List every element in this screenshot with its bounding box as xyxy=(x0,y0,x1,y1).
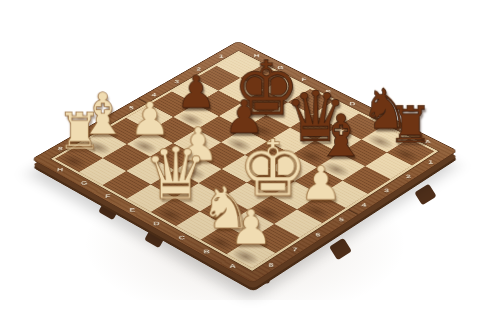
coordinate-label-2: 2 xyxy=(193,60,206,77)
coordinate-label-3: 3 xyxy=(170,73,183,91)
white-pawn-a8[interactable]: ♟ xyxy=(229,203,272,251)
coordinate-label-5: 5 xyxy=(124,99,138,117)
coordinate-label-E: E xyxy=(312,88,345,95)
coordinate-label-1: 1 xyxy=(215,47,228,64)
coordinate-label-4: 4 xyxy=(147,86,160,104)
coordinate-label-F: F xyxy=(288,76,320,83)
coordinate-label-B: B xyxy=(385,125,419,132)
coordinate-label-6: 6 xyxy=(101,112,115,130)
white-queen-d8[interactable]: ♛ xyxy=(143,138,208,210)
product-photo-stage: HGFEDCBA HGFEDCBA 12345678 12345678 ♞♜♚♛… xyxy=(0,0,500,333)
white-rook-h8[interactable]: ♜ xyxy=(56,107,101,157)
coordinate-label-G: G xyxy=(264,64,296,71)
coordinate-label-A: A xyxy=(410,137,444,144)
coordinate-label-H: H xyxy=(241,52,273,59)
